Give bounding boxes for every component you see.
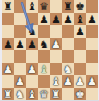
piece-white-queen[interactable]: ♛ — [39, 88, 48, 99]
square-e6[interactable] — [50, 25, 62, 38]
square-c5[interactable]: ♟ — [26, 38, 38, 51]
square-d8[interactable]: ♛ — [38, 0, 50, 13]
piece-black-rook[interactable]: ♜ — [3, 1, 12, 12]
piece-black-pawn[interactable]: ♟ — [27, 38, 36, 49]
square-a5[interactable]: ♟ — [2, 38, 14, 51]
piece-black-pawn[interactable]: ♟ — [51, 13, 60, 24]
square-e5[interactable]: ♟ — [50, 38, 62, 51]
piece-black-pawn[interactable]: ♟ — [15, 38, 24, 49]
square-d7[interactable]: ♟ — [38, 13, 50, 26]
hint-piece-bishop-d3: ♝ — [39, 63, 48, 74]
square-h3[interactable] — [86, 63, 98, 76]
piece-white-pawn[interactable]: ♟ — [87, 76, 96, 87]
square-g8[interactable]: ♚ — [74, 0, 86, 13]
piece-black-pawn[interactable]: ♟ — [87, 13, 96, 24]
chess-board-screenshot: ♜♝♛♜♚♟♟♟♝♟♞♟♟♟♟♞♟♟♟♝♞♟♝♟♟♟♜♞♝♛♜♚ — [0, 0, 99, 100]
square-d6[interactable] — [38, 25, 50, 38]
square-e4[interactable] — [50, 50, 62, 63]
square-c6[interactable]: ♞ — [26, 25, 38, 38]
square-f6[interactable] — [62, 25, 74, 38]
square-h7[interactable]: ♟ — [86, 13, 98, 26]
piece-black-knight[interactable]: ♞ — [39, 38, 48, 49]
chess-board[interactable]: ♜♝♛♜♚♟♟♟♝♟♞♟♟♟♟♞♟♟♟♝♞♟♝♟♟♟♜♞♝♛♜♚ — [2, 0, 98, 100]
piece-black-king[interactable]: ♚ — [75, 1, 84, 12]
square-g7[interactable]: ♝ — [74, 13, 86, 26]
square-h2[interactable]: ♟ — [86, 75, 98, 88]
piece-white-pawn[interactable]: ♟ — [75, 76, 84, 87]
square-g6[interactable]: ♟ — [74, 25, 86, 38]
piece-black-bishop[interactable]: ♝ — [75, 13, 84, 24]
square-d3[interactable]: ♝ — [38, 63, 50, 76]
square-b4[interactable] — [14, 50, 26, 63]
square-a6[interactable] — [2, 25, 14, 38]
square-c8[interactable]: ♝ — [26, 0, 38, 13]
square-f3[interactable]: ♞ — [62, 63, 74, 76]
piece-white-pawn[interactable]: ♟ — [3, 63, 12, 74]
square-d2[interactable] — [38, 75, 50, 88]
square-e2[interactable]: ♝ — [50, 75, 62, 88]
piece-white-bishop[interactable]: ♝ — [27, 88, 36, 99]
piece-black-pawn[interactable]: ♟ — [3, 38, 12, 49]
square-c3[interactable]: ♟ — [26, 63, 38, 76]
piece-black-queen[interactable]: ♛ — [39, 1, 48, 12]
square-b7[interactable] — [14, 13, 26, 26]
square-g4[interactable] — [74, 50, 86, 63]
piece-black-pawn[interactable]: ♟ — [39, 13, 48, 24]
board-right-edge — [98, 0, 99, 100]
square-e1[interactable]: ♜ — [50, 88, 62, 101]
square-f4[interactable] — [62, 50, 74, 63]
piece-white-knight[interactable]: ♞ — [15, 88, 24, 99]
piece-white-pawn[interactable]: ♟ — [63, 76, 72, 87]
piece-white-pawn[interactable]: ♟ — [27, 63, 36, 74]
square-f5[interactable] — [62, 38, 74, 51]
piece-black-rook[interactable]: ♜ — [63, 1, 72, 12]
piece-black-knight[interactable]: ♞ — [27, 26, 36, 37]
square-c4[interactable] — [26, 50, 38, 63]
square-e3[interactable] — [50, 63, 62, 76]
square-h5[interactable] — [86, 38, 98, 51]
square-d5[interactable]: ♞ — [38, 38, 50, 51]
square-f2[interactable]: ♟ — [62, 75, 74, 88]
piece-white-rook[interactable]: ♜ — [51, 88, 60, 99]
piece-white-pawn[interactable]: ♟ — [15, 76, 24, 87]
square-e8[interactable] — [50, 0, 62, 13]
square-b5[interactable]: ♟ — [14, 38, 26, 51]
square-d1[interactable]: ♛ — [38, 88, 50, 101]
piece-white-bishop[interactable]: ♝ — [51, 76, 60, 87]
piece-black-pawn[interactable]: ♟ — [63, 13, 72, 24]
square-h1[interactable] — [86, 88, 98, 101]
square-a1[interactable]: ♜ — [2, 88, 14, 101]
piece-black-bishop[interactable]: ♝ — [27, 1, 36, 12]
square-b8[interactable] — [14, 0, 26, 13]
square-c1[interactable]: ♝ — [26, 88, 38, 101]
square-g1[interactable]: ♚ — [74, 88, 86, 101]
piece-black-pawn[interactable]: ♟ — [75, 26, 84, 37]
square-f7[interactable]: ♟ — [62, 13, 74, 26]
square-b6[interactable] — [14, 25, 26, 38]
square-b3[interactable] — [14, 63, 26, 76]
square-h6[interactable] — [86, 25, 98, 38]
square-g5[interactable] — [74, 38, 86, 51]
square-d4[interactable] — [38, 50, 50, 63]
square-f8[interactable]: ♜ — [62, 0, 74, 13]
square-a7[interactable] — [2, 13, 14, 26]
square-b1[interactable]: ♞ — [14, 88, 26, 101]
piece-white-knight[interactable]: ♞ — [63, 63, 72, 74]
square-c7[interactable] — [26, 13, 38, 26]
square-a8[interactable]: ♜ — [2, 0, 14, 13]
square-g3[interactable] — [74, 63, 86, 76]
piece-white-rook[interactable]: ♜ — [3, 88, 12, 99]
square-h8[interactable] — [86, 0, 98, 13]
square-h4[interactable] — [86, 50, 98, 63]
piece-white-king[interactable]: ♚ — [75, 88, 84, 99]
square-a2[interactable] — [2, 75, 14, 88]
square-a4[interactable] — [2, 50, 14, 63]
square-f1[interactable] — [62, 88, 74, 101]
square-e7[interactable]: ♟ — [50, 13, 62, 26]
square-g2[interactable]: ♟ — [74, 75, 86, 88]
piece-white-pawn[interactable]: ♟ — [51, 38, 60, 49]
square-a3[interactable]: ♟ — [2, 63, 14, 76]
square-c2[interactable] — [26, 75, 38, 88]
square-b2[interactable]: ♟ — [14, 75, 26, 88]
